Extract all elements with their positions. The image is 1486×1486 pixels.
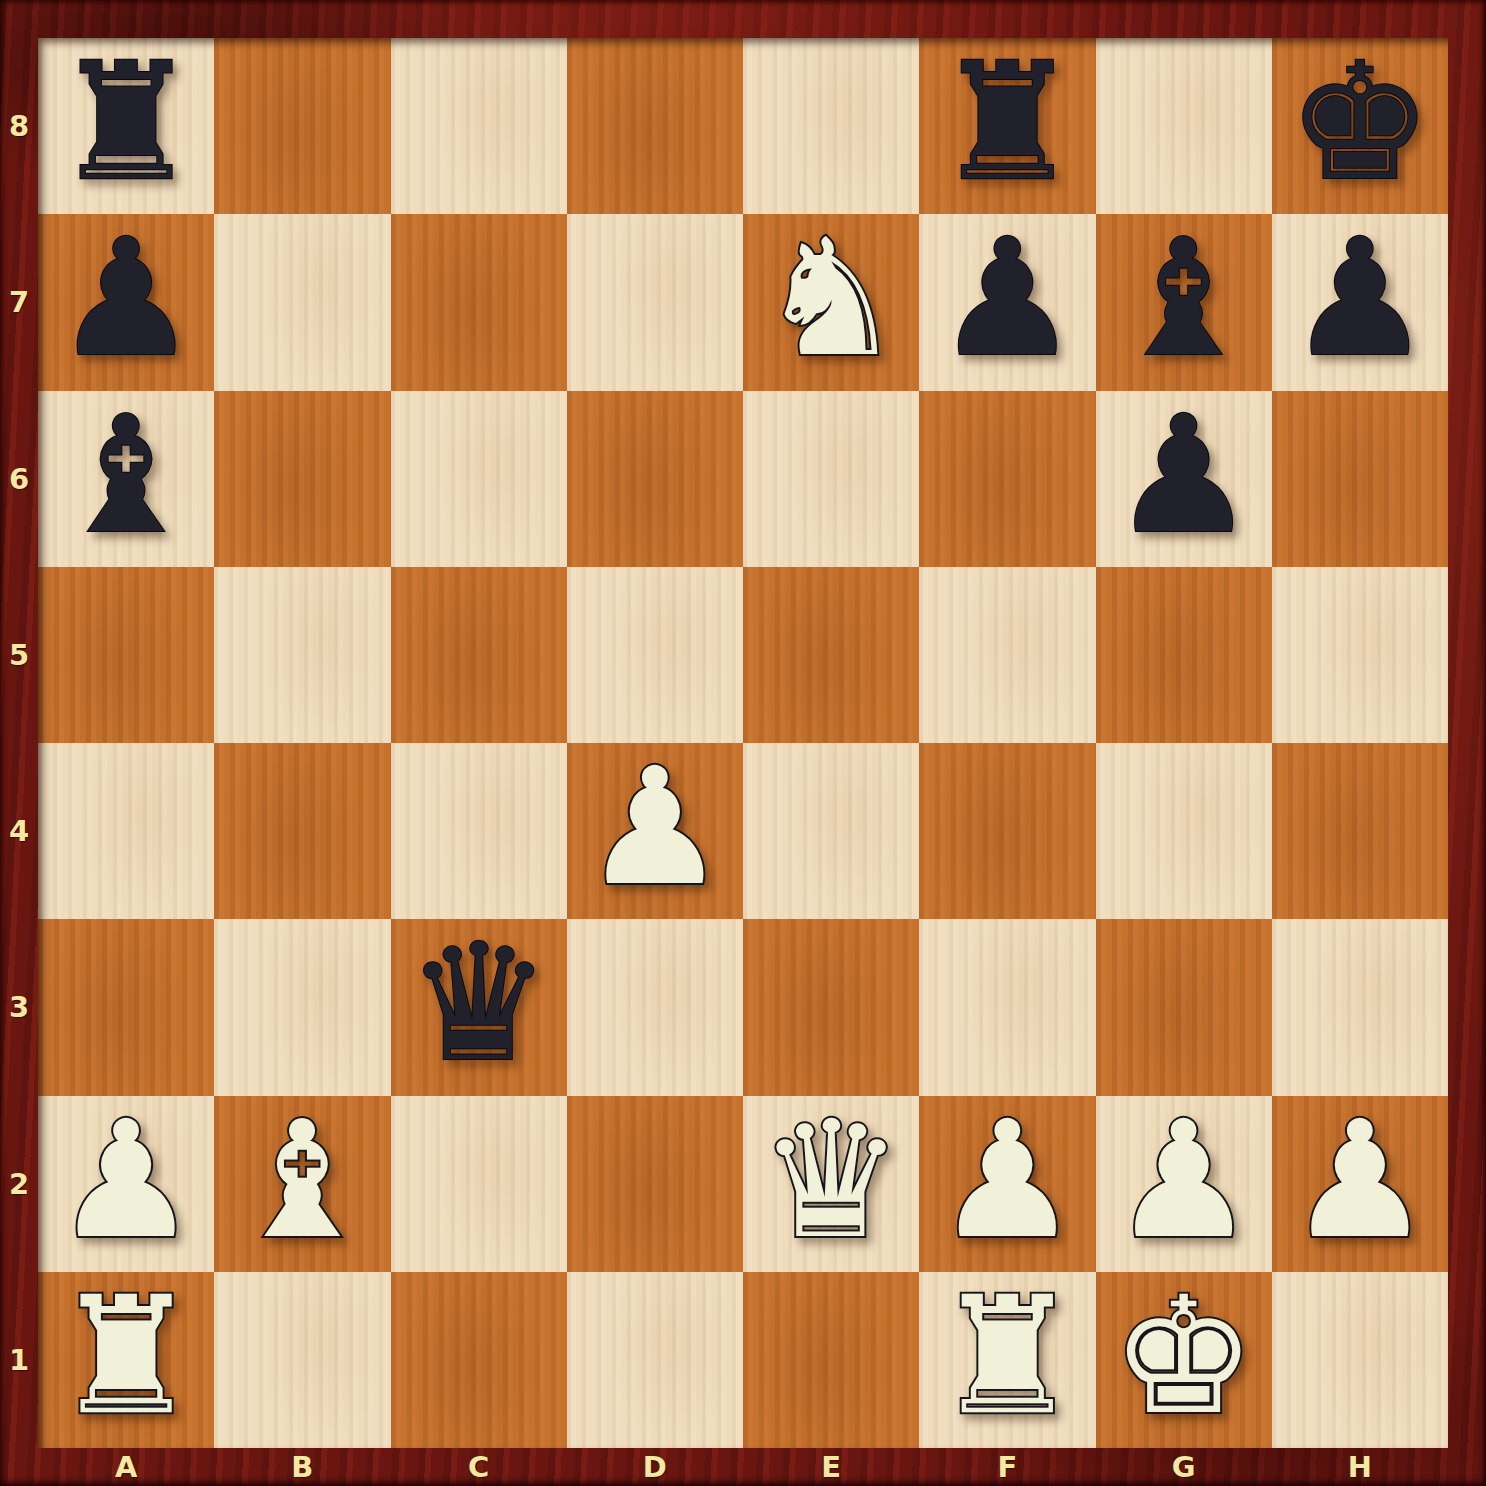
square-f1[interactable]: ♜ — [919, 1272, 1095, 1448]
square-h2[interactable]: ♟ — [1272, 1096, 1448, 1272]
square-g3[interactable] — [1096, 919, 1272, 1095]
square-h3[interactable] — [1272, 919, 1448, 1095]
black-pawn-h7[interactable]: ♟ — [1287, 217, 1432, 379]
rank-labels: 87654321 — [0, 38, 38, 1448]
square-c1[interactable] — [391, 1272, 567, 1448]
board-frame: 87654321 ABCDEFGH ♜♜♚♟♞♟♝♟♝♟♟♛♟♝♛♟♟♟♜♜♚ — [0, 0, 1486, 1486]
white-pawn-h2[interactable]: ♟ — [1287, 1099, 1432, 1261]
white-pawn-a2[interactable]: ♟ — [54, 1099, 199, 1261]
rank-label-3: 3 — [0, 919, 38, 1095]
black-king-h8[interactable]: ♚ — [1287, 41, 1432, 203]
square-a3[interactable] — [38, 919, 214, 1095]
square-g5[interactable] — [1096, 567, 1272, 743]
black-queen-c3[interactable]: ♛ — [406, 922, 551, 1084]
square-d3[interactable] — [567, 919, 743, 1095]
white-pawn-g2[interactable]: ♟ — [1111, 1099, 1256, 1261]
file-label-B: B — [214, 1448, 390, 1486]
square-e6[interactable] — [743, 391, 919, 567]
square-d6[interactable] — [567, 391, 743, 567]
square-d4[interactable]: ♟ — [567, 743, 743, 919]
black-pawn-f7[interactable]: ♟ — [935, 217, 1080, 379]
black-bishop-g7[interactable]: ♝ — [1111, 217, 1256, 379]
square-h4[interactable] — [1272, 743, 1448, 919]
file-label-G: G — [1096, 1448, 1272, 1486]
square-e4[interactable] — [743, 743, 919, 919]
file-label-E: E — [743, 1448, 919, 1486]
square-h7[interactable]: ♟ — [1272, 214, 1448, 390]
square-e7[interactable]: ♞ — [743, 214, 919, 390]
square-b5[interactable] — [214, 567, 390, 743]
square-a8[interactable]: ♜ — [38, 38, 214, 214]
square-b1[interactable] — [214, 1272, 390, 1448]
rank-label-2: 2 — [0, 1096, 38, 1272]
black-bishop-a6[interactable]: ♝ — [54, 394, 199, 556]
square-c6[interactable] — [391, 391, 567, 567]
square-e5[interactable] — [743, 567, 919, 743]
square-d2[interactable] — [567, 1096, 743, 1272]
square-c3[interactable]: ♛ — [391, 919, 567, 1095]
square-f6[interactable] — [919, 391, 1095, 567]
black-pawn-a7[interactable]: ♟ — [54, 217, 199, 379]
square-h6[interactable] — [1272, 391, 1448, 567]
square-h5[interactable] — [1272, 567, 1448, 743]
square-c7[interactable] — [391, 214, 567, 390]
rank-label-4: 4 — [0, 743, 38, 919]
square-b7[interactable] — [214, 214, 390, 390]
chess-board: ♜♜♚♟♞♟♝♟♝♟♟♛♟♝♛♟♟♟♜♜♚ — [38, 38, 1448, 1448]
square-c5[interactable] — [391, 567, 567, 743]
file-labels: ABCDEFGH — [38, 1448, 1448, 1486]
square-f8[interactable]: ♜ — [919, 38, 1095, 214]
square-d8[interactable] — [567, 38, 743, 214]
white-pawn-d4[interactable]: ♟ — [582, 746, 727, 908]
white-knight-e7[interactable]: ♞ — [759, 217, 904, 379]
square-a4[interactable] — [38, 743, 214, 919]
black-pawn-g6[interactable]: ♟ — [1111, 394, 1256, 556]
square-h1[interactable] — [1272, 1272, 1448, 1448]
white-queen-e2[interactable]: ♛ — [759, 1099, 904, 1261]
square-e1[interactable] — [743, 1272, 919, 1448]
square-f3[interactable] — [919, 919, 1095, 1095]
square-g7[interactable]: ♝ — [1096, 214, 1272, 390]
file-label-D: D — [567, 1448, 743, 1486]
file-label-H: H — [1272, 1448, 1448, 1486]
black-rook-a8[interactable]: ♜ — [54, 41, 199, 203]
white-rook-a1[interactable]: ♜ — [54, 1275, 199, 1437]
square-e3[interactable] — [743, 919, 919, 1095]
square-g6[interactable]: ♟ — [1096, 391, 1272, 567]
square-f5[interactable] — [919, 567, 1095, 743]
square-f4[interactable] — [919, 743, 1095, 919]
square-d7[interactable] — [567, 214, 743, 390]
square-a5[interactable] — [38, 567, 214, 743]
rank-label-1: 1 — [0, 1272, 38, 1448]
file-label-F: F — [919, 1448, 1095, 1486]
square-a1[interactable]: ♜ — [38, 1272, 214, 1448]
square-g1[interactable]: ♚ — [1096, 1272, 1272, 1448]
square-b4[interactable] — [214, 743, 390, 919]
square-g2[interactable]: ♟ — [1096, 1096, 1272, 1272]
rank-label-7: 7 — [0, 214, 38, 390]
square-f2[interactable]: ♟ — [919, 1096, 1095, 1272]
square-a6[interactable]: ♝ — [38, 391, 214, 567]
file-label-A: A — [38, 1448, 214, 1486]
black-rook-f8[interactable]: ♜ — [935, 41, 1080, 203]
rank-label-6: 6 — [0, 391, 38, 567]
square-h8[interactable]: ♚ — [1272, 38, 1448, 214]
rank-label-5: 5 — [0, 567, 38, 743]
square-g8[interactable] — [1096, 38, 1272, 214]
square-f7[interactable]: ♟ — [919, 214, 1095, 390]
square-e2[interactable]: ♛ — [743, 1096, 919, 1272]
white-king-g1[interactable]: ♚ — [1111, 1275, 1256, 1437]
square-b6[interactable] — [214, 391, 390, 567]
square-b8[interactable] — [214, 38, 390, 214]
square-e8[interactable] — [743, 38, 919, 214]
white-bishop-b2[interactable]: ♝ — [230, 1099, 375, 1261]
white-rook-f1[interactable]: ♜ — [935, 1275, 1080, 1437]
square-a7[interactable]: ♟ — [38, 214, 214, 390]
square-a2[interactable]: ♟ — [38, 1096, 214, 1272]
square-g4[interactable] — [1096, 743, 1272, 919]
square-c2[interactable] — [391, 1096, 567, 1272]
square-c8[interactable] — [391, 38, 567, 214]
rank-label-8: 8 — [0, 38, 38, 214]
square-d1[interactable] — [567, 1272, 743, 1448]
white-pawn-f2[interactable]: ♟ — [935, 1099, 1080, 1261]
square-d5[interactable] — [567, 567, 743, 743]
file-label-C: C — [391, 1448, 567, 1486]
square-c4[interactable] — [391, 743, 567, 919]
square-b3[interactable] — [214, 919, 390, 1095]
square-b2[interactable]: ♝ — [214, 1096, 390, 1272]
